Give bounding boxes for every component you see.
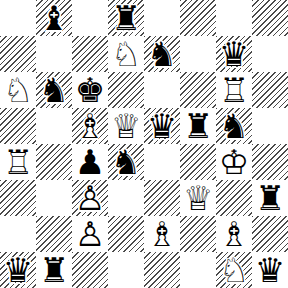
chess-diagram: ♝♜♞♘♞♛♞♘♞♚♜♖♝♗♛♕♛♜♞♜♖♟♞♚♔♟♙♛♕♜♟♙♝♗♝♗♛♜♞♘… xyxy=(0,0,288,288)
piece-white-knight[interactable]: ♞ xyxy=(216,252,252,288)
square-c8[interactable] xyxy=(72,0,108,36)
piece-black-rook[interactable]: ♜ xyxy=(36,252,72,288)
square-e5[interactable]: ♛ xyxy=(144,108,180,144)
square-h3[interactable]: ♜ xyxy=(252,180,288,216)
square-e7[interactable]: ♞ xyxy=(144,36,180,72)
piece-black-rook[interactable]: ♜ xyxy=(180,108,216,144)
piece-white-king[interactable]: ♚ xyxy=(216,144,252,180)
square-c7[interactable] xyxy=(72,36,108,72)
piece-white-bishop-outline: ♗ xyxy=(72,108,108,144)
square-f8[interactable] xyxy=(180,0,216,36)
square-f5[interactable]: ♜ xyxy=(180,108,216,144)
piece-white-bishop[interactable]: ♝ xyxy=(72,108,108,144)
square-e1[interactable] xyxy=(144,252,180,288)
square-e8[interactable] xyxy=(144,0,180,36)
piece-black-knight[interactable]: ♞ xyxy=(36,72,72,108)
square-a1[interactable]: ♛ xyxy=(0,252,36,288)
square-c6[interactable]: ♚ xyxy=(72,72,108,108)
piece-black-knight[interactable]: ♞ xyxy=(108,144,144,180)
piece-black-knight[interactable]: ♞ xyxy=(216,108,252,144)
square-f7[interactable] xyxy=(180,36,216,72)
square-a6[interactable]: ♞♘ xyxy=(0,72,36,108)
piece-white-king-outline: ♔ xyxy=(216,144,252,180)
square-d4[interactable]: ♞ xyxy=(108,144,144,180)
square-b2[interactable] xyxy=(36,216,72,252)
piece-white-bishop[interactable]: ♝ xyxy=(216,216,252,252)
piece-black-bishop[interactable]: ♝ xyxy=(36,0,72,36)
square-h5[interactable] xyxy=(252,108,288,144)
square-f4[interactable] xyxy=(180,144,216,180)
piece-white-knight-outline: ♘ xyxy=(0,72,36,108)
piece-white-bishop[interactable]: ♝ xyxy=(144,216,180,252)
piece-white-rook[interactable]: ♜ xyxy=(216,72,252,108)
square-f1[interactable] xyxy=(180,252,216,288)
piece-white-pawn-outline: ♙ xyxy=(72,216,108,252)
square-f3[interactable]: ♛♕ xyxy=(180,180,216,216)
square-a8[interactable] xyxy=(0,0,36,36)
square-d8[interactable]: ♜ xyxy=(108,0,144,36)
square-d1[interactable] xyxy=(108,252,144,288)
square-b4[interactable] xyxy=(36,144,72,180)
square-f6[interactable] xyxy=(180,72,216,108)
piece-white-rook-outline: ♖ xyxy=(216,72,252,108)
square-h4[interactable] xyxy=(252,144,288,180)
square-f2[interactable] xyxy=(180,216,216,252)
square-b8[interactable]: ♝ xyxy=(36,0,72,36)
square-a4[interactable]: ♜♖ xyxy=(0,144,36,180)
square-b3[interactable] xyxy=(36,180,72,216)
square-a3[interactable] xyxy=(0,180,36,216)
piece-white-queen[interactable]: ♛ xyxy=(108,108,144,144)
square-b5[interactable] xyxy=(36,108,72,144)
piece-white-bishop-outline: ♗ xyxy=(216,216,252,252)
square-d2[interactable] xyxy=(108,216,144,252)
piece-white-queen-outline: ♕ xyxy=(108,108,144,144)
square-c5[interactable]: ♝♗ xyxy=(72,108,108,144)
square-c1[interactable] xyxy=(72,252,108,288)
piece-white-pawn[interactable]: ♟ xyxy=(72,180,108,216)
square-c3[interactable]: ♟♙ xyxy=(72,180,108,216)
square-a7[interactable] xyxy=(0,36,36,72)
square-h2[interactable] xyxy=(252,216,288,252)
piece-white-rook-outline: ♖ xyxy=(0,144,36,180)
piece-black-queen[interactable]: ♛ xyxy=(252,252,288,288)
square-c4[interactable]: ♟ xyxy=(72,144,108,180)
square-e4[interactable] xyxy=(144,144,180,180)
square-g4[interactable]: ♚♔ xyxy=(216,144,252,180)
square-g5[interactable]: ♞ xyxy=(216,108,252,144)
square-g3[interactable] xyxy=(216,180,252,216)
square-e3[interactable] xyxy=(144,180,180,216)
piece-black-rook[interactable]: ♜ xyxy=(108,0,144,36)
square-g6[interactable]: ♜♖ xyxy=(216,72,252,108)
square-h1[interactable]: ♛ xyxy=(252,252,288,288)
piece-white-knight-outline: ♘ xyxy=(108,36,144,72)
piece-white-knight-outline: ♘ xyxy=(216,252,252,288)
piece-white-knight[interactable]: ♞ xyxy=(108,36,144,72)
square-d5[interactable]: ♛♕ xyxy=(108,108,144,144)
piece-black-queen[interactable]: ♛ xyxy=(216,36,252,72)
square-b1[interactable]: ♜ xyxy=(36,252,72,288)
piece-black-queen[interactable]: ♛ xyxy=(0,252,36,288)
piece-white-pawn[interactable]: ♟ xyxy=(72,216,108,252)
square-g1[interactable]: ♞♘ xyxy=(216,252,252,288)
square-c2[interactable]: ♟♙ xyxy=(72,216,108,252)
piece-white-pawn-outline: ♙ xyxy=(72,180,108,216)
piece-black-pawn[interactable]: ♟ xyxy=(72,144,108,180)
square-g2[interactable]: ♝♗ xyxy=(216,216,252,252)
piece-black-king[interactable]: ♚ xyxy=(72,72,108,108)
square-e6[interactable] xyxy=(144,72,180,108)
piece-white-queen[interactable]: ♛ xyxy=(180,180,216,216)
piece-black-queen[interactable]: ♛ xyxy=(144,108,180,144)
piece-black-knight[interactable]: ♞ xyxy=(144,36,180,72)
square-b6[interactable]: ♞ xyxy=(36,72,72,108)
piece-white-rook[interactable]: ♜ xyxy=(0,144,36,180)
square-d3[interactable] xyxy=(108,180,144,216)
square-a2[interactable] xyxy=(0,216,36,252)
piece-white-bishop-outline: ♗ xyxy=(144,216,180,252)
piece-white-knight[interactable]: ♞ xyxy=(0,72,36,108)
piece-black-rook[interactable]: ♜ xyxy=(252,180,288,216)
square-e2[interactable]: ♝♗ xyxy=(144,216,180,252)
piece-white-queen-outline: ♕ xyxy=(180,180,216,216)
square-h8[interactable] xyxy=(252,0,288,36)
square-d7[interactable]: ♞♘ xyxy=(108,36,144,72)
square-g8[interactable] xyxy=(216,0,252,36)
square-g7[interactable]: ♛ xyxy=(216,36,252,72)
square-h7[interactable] xyxy=(252,36,288,72)
square-b7[interactable] xyxy=(36,36,72,72)
square-h6[interactable] xyxy=(252,72,288,108)
chess-board: ♝♜♞♘♞♛♞♘♞♚♜♖♝♗♛♕♛♜♞♜♖♟♞♚♔♟♙♛♕♜♟♙♝♗♝♗♛♜♞♘… xyxy=(0,0,288,288)
square-a5[interactable] xyxy=(0,108,36,144)
square-d6[interactable] xyxy=(108,72,144,108)
